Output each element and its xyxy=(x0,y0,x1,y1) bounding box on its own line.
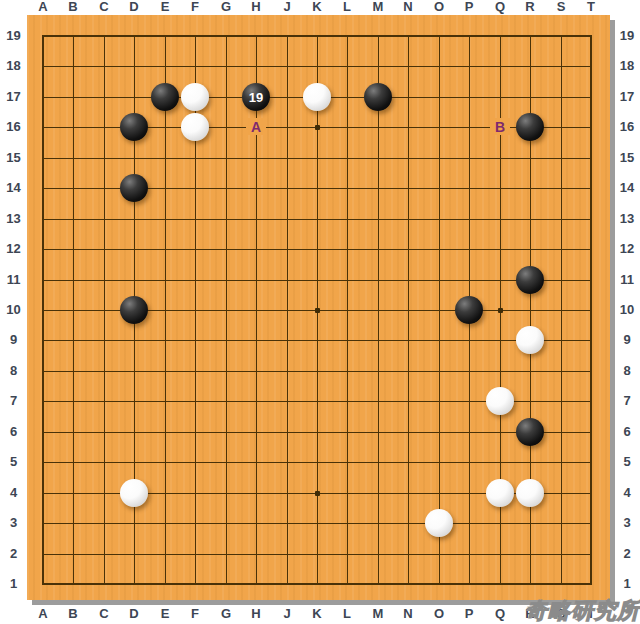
row-label-left: 7 xyxy=(0,393,27,409)
column-label-top: A xyxy=(31,0,55,15)
column-label-top: N xyxy=(396,0,420,15)
column-label-top: J xyxy=(275,0,299,15)
row-label-right: 12 xyxy=(614,241,640,257)
column-label-top: Q xyxy=(488,0,512,15)
column-label-bottom: N xyxy=(396,606,420,622)
black-stone xyxy=(516,113,544,141)
column-label-bottom: H xyxy=(244,606,268,622)
row-label-left: 13 xyxy=(0,211,27,227)
move-number-label: 19 xyxy=(249,91,263,104)
row-label-right: 13 xyxy=(614,211,640,227)
column-label-bottom: D xyxy=(122,606,146,622)
white-stone xyxy=(303,83,331,111)
column-label-bottom: K xyxy=(305,606,329,622)
black-stone xyxy=(120,113,148,141)
row-label-left: 10 xyxy=(0,302,27,318)
black-stone xyxy=(516,418,544,446)
column-label-bottom: B xyxy=(61,606,85,622)
grid-line-horizontal xyxy=(42,371,592,372)
column-label-top: K xyxy=(305,0,329,15)
row-label-left: 9 xyxy=(0,332,27,348)
row-label-left: 12 xyxy=(0,241,27,257)
row-label-right: 6 xyxy=(614,424,640,440)
white-stone xyxy=(486,387,514,415)
column-label-top: H xyxy=(244,0,268,15)
column-label-bottom: P xyxy=(457,606,481,622)
star-point xyxy=(315,125,320,130)
row-label-left: 16 xyxy=(0,119,27,135)
star-point xyxy=(315,308,320,313)
grid-line-vertical xyxy=(347,35,348,585)
white-stone xyxy=(181,83,209,111)
white-stone xyxy=(486,479,514,507)
column-label-top: R xyxy=(518,0,542,15)
black-stone xyxy=(455,296,483,324)
black-stone xyxy=(120,174,148,202)
black-stone xyxy=(120,296,148,324)
column-label-bottom: M xyxy=(366,606,390,622)
row-label-left: 17 xyxy=(0,89,27,105)
column-label-top: D xyxy=(122,0,146,15)
row-label-left: 1 xyxy=(0,576,27,592)
row-label-left: 3 xyxy=(0,515,27,531)
row-label-right: 2 xyxy=(614,546,640,562)
row-label-left: 11 xyxy=(0,272,27,288)
column-label-top: B xyxy=(61,0,85,15)
watermark: 奇略研究所 xyxy=(525,596,640,624)
column-label-bottom: G xyxy=(214,606,238,622)
column-label-top: O xyxy=(427,0,451,15)
column-label-top: F xyxy=(183,0,207,15)
row-label-left: 14 xyxy=(0,180,27,196)
row-label-right: 17 xyxy=(614,89,640,105)
row-label-right: 3 xyxy=(614,515,640,531)
row-label-left: 19 xyxy=(0,28,27,44)
row-label-right: 19 xyxy=(614,28,640,44)
row-label-left: 18 xyxy=(0,58,27,74)
annotation-point-b: B xyxy=(490,118,510,135)
row-label-right: 1 xyxy=(614,576,640,592)
star-point xyxy=(498,308,503,313)
row-label-left: 8 xyxy=(0,363,27,379)
grid-line-horizontal xyxy=(42,583,592,585)
star-point xyxy=(315,491,320,496)
column-label-bottom: Q xyxy=(488,606,512,622)
row-label-left: 15 xyxy=(0,150,27,166)
grid-line-vertical xyxy=(561,35,562,585)
grid-line-vertical xyxy=(590,35,592,585)
annotation-point-a: A xyxy=(246,118,266,135)
grid-line-vertical xyxy=(378,35,379,585)
grid-line-horizontal xyxy=(42,340,592,341)
row-label-right: 4 xyxy=(614,485,640,501)
black-stone xyxy=(516,266,544,294)
column-label-bottom: A xyxy=(31,606,55,622)
column-label-top: S xyxy=(549,0,573,15)
column-label-top: C xyxy=(92,0,116,15)
row-label-right: 9 xyxy=(614,332,640,348)
column-label-top: P xyxy=(457,0,481,15)
black-stone xyxy=(151,83,179,111)
grid-line-horizontal xyxy=(42,523,592,524)
white-stone xyxy=(181,113,209,141)
row-label-left: 5 xyxy=(0,454,27,470)
grid-line-vertical xyxy=(408,35,409,585)
row-label-left: 4 xyxy=(0,485,27,501)
column-label-bottom: J xyxy=(275,606,299,622)
grid-line-horizontal xyxy=(42,554,592,555)
go-board: 19AB xyxy=(27,15,610,600)
row-label-right: 16 xyxy=(614,119,640,135)
column-label-bottom: C xyxy=(92,606,116,622)
black-stone: 19 xyxy=(242,83,270,111)
row-label-right: 8 xyxy=(614,363,640,379)
row-label-right: 10 xyxy=(614,302,640,318)
row-label-left: 6 xyxy=(0,424,27,440)
go-diagram: 19AB AABBCCDDEEFFGGHHJJKKLLMMNNOOPPQQRRS… xyxy=(0,0,640,624)
column-label-bottom: O xyxy=(427,606,451,622)
black-stone xyxy=(364,83,392,111)
row-label-left: 2 xyxy=(0,546,27,562)
board-grid: 19AB xyxy=(43,36,591,584)
row-label-right: 11 xyxy=(614,272,640,288)
white-stone xyxy=(516,326,544,354)
white-stone xyxy=(120,479,148,507)
column-label-top: G xyxy=(214,0,238,15)
column-label-top: E xyxy=(153,0,177,15)
grid-line-horizontal xyxy=(42,462,592,463)
column-label-top: T xyxy=(579,0,603,15)
column-label-bottom: F xyxy=(183,606,207,622)
white-stone xyxy=(425,509,453,537)
column-label-bottom: E xyxy=(153,606,177,622)
grid-line-vertical xyxy=(439,35,440,585)
row-label-right: 18 xyxy=(614,58,640,74)
white-stone xyxy=(516,479,544,507)
column-label-bottom: L xyxy=(335,606,359,622)
row-label-right: 7 xyxy=(614,393,640,409)
row-label-right: 5 xyxy=(614,454,640,470)
grid-line-horizontal xyxy=(42,432,592,433)
column-label-top: M xyxy=(366,0,390,15)
row-label-right: 15 xyxy=(614,150,640,166)
row-label-right: 14 xyxy=(614,180,640,196)
column-label-top: L xyxy=(335,0,359,15)
